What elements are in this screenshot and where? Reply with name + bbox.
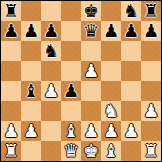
white-pawn[interactable]: ♟ — [83, 121, 99, 141]
square-c6[interactable]: ♞ — [41, 41, 61, 61]
square-f7[interactable]: ♟ — [101, 21, 121, 41]
black-bishop[interactable]: ♝ — [23, 81, 39, 101]
black-pawn[interactable]: ♟ — [3, 21, 19, 41]
black-pawn[interactable]: ♟ — [23, 21, 39, 41]
square-c8[interactable] — [41, 1, 61, 21]
square-h1[interactable]: ♜ — [141, 141, 161, 161]
square-a1[interactable]: ♜ — [1, 141, 21, 161]
chess-board: ♜♚♞♜♟♟♟♛♟♟♟♞♟♝♟♟♞♟♟♟♝♟♟♟♜♛♚♝♜ — [1, 1, 161, 161]
square-h3[interactable]: ♟ — [141, 101, 161, 121]
square-a3[interactable] — [1, 101, 21, 121]
square-h6[interactable] — [141, 41, 161, 61]
white-pawn[interactable]: ♟ — [43, 81, 59, 101]
square-c3[interactable] — [41, 101, 61, 121]
square-a8[interactable]: ♜ — [1, 1, 21, 21]
square-b7[interactable]: ♟ — [21, 21, 41, 41]
black-king[interactable]: ♚ — [83, 1, 99, 21]
square-d2[interactable]: ♝ — [61, 121, 81, 141]
square-d3[interactable] — [61, 101, 81, 121]
square-c1[interactable] — [41, 141, 61, 161]
square-h2[interactable] — [141, 121, 161, 141]
square-g8[interactable]: ♞ — [121, 1, 141, 21]
square-f5[interactable] — [101, 61, 121, 81]
square-h8[interactable]: ♜ — [141, 1, 161, 21]
square-e5[interactable]: ♟ — [81, 61, 101, 81]
square-a4[interactable] — [1, 81, 21, 101]
square-g5[interactable] — [121, 61, 141, 81]
square-b1[interactable] — [21, 141, 41, 161]
square-c4[interactable]: ♟ — [41, 81, 61, 101]
black-knight[interactable]: ♞ — [43, 41, 59, 61]
black-pawn[interactable]: ♟ — [143, 21, 159, 41]
white-king[interactable]: ♚ — [83, 141, 99, 161]
white-pawn[interactable]: ♟ — [83, 61, 99, 81]
square-c5[interactable] — [41, 61, 61, 81]
square-b2[interactable]: ♟ — [21, 121, 41, 141]
square-d6[interactable] — [61, 41, 81, 61]
white-bishop[interactable]: ♝ — [63, 121, 79, 141]
square-a6[interactable] — [1, 41, 21, 61]
square-g4[interactable] — [121, 81, 141, 101]
square-c7[interactable]: ♟ — [41, 21, 61, 41]
square-b4[interactable]: ♝ — [21, 81, 41, 101]
square-f4[interactable] — [101, 81, 121, 101]
white-pawn[interactable]: ♟ — [3, 121, 19, 141]
square-e1[interactable]: ♚ — [81, 141, 101, 161]
square-b5[interactable] — [21, 61, 41, 81]
black-rook[interactable]: ♜ — [143, 1, 159, 21]
square-a2[interactable]: ♟ — [1, 121, 21, 141]
square-a7[interactable]: ♟ — [1, 21, 21, 41]
square-d1[interactable]: ♛ — [61, 141, 81, 161]
square-b3[interactable] — [21, 101, 41, 121]
white-rook[interactable]: ♜ — [143, 141, 159, 161]
white-pawn[interactable]: ♟ — [23, 121, 39, 141]
white-pawn[interactable]: ♟ — [123, 121, 139, 141]
white-rook[interactable]: ♜ — [3, 141, 19, 161]
square-a5[interactable] — [1, 61, 21, 81]
black-knight[interactable]: ♞ — [123, 1, 139, 21]
square-d8[interactable] — [61, 1, 81, 21]
square-f8[interactable] — [101, 1, 121, 21]
square-e7[interactable]: ♛ — [81, 21, 101, 41]
square-e4[interactable] — [81, 81, 101, 101]
square-d7[interactable] — [61, 21, 81, 41]
white-knight[interactable]: ♞ — [103, 101, 119, 121]
square-f3[interactable]: ♞ — [101, 101, 121, 121]
square-g6[interactable] — [121, 41, 141, 61]
black-pawn[interactable]: ♟ — [103, 21, 119, 41]
square-h5[interactable] — [141, 61, 161, 81]
square-e3[interactable] — [81, 101, 101, 121]
chess-board-frame: ♜♚♞♜♟♟♟♛♟♟♟♞♟♝♟♟♞♟♟♟♝♟♟♟♜♛♚♝♜ — [0, 0, 162, 162]
square-f6[interactable] — [101, 41, 121, 61]
square-h7[interactable]: ♟ — [141, 21, 161, 41]
black-pawn[interactable]: ♟ — [63, 81, 79, 101]
black-rook[interactable]: ♜ — [3, 1, 19, 21]
square-g2[interactable]: ♟ — [121, 121, 141, 141]
white-queen[interactable]: ♛ — [63, 141, 79, 161]
square-e8[interactable]: ♚ — [81, 1, 101, 21]
white-pawn[interactable]: ♟ — [143, 101, 159, 121]
black-queen[interactable]: ♛ — [83, 21, 99, 41]
square-e2[interactable]: ♟ — [81, 121, 101, 141]
square-h4[interactable] — [141, 81, 161, 101]
square-e6[interactable] — [81, 41, 101, 61]
square-g3[interactable] — [121, 101, 141, 121]
square-f2[interactable]: ♟ — [101, 121, 121, 141]
white-pawn[interactable]: ♟ — [103, 121, 119, 141]
square-d4[interactable]: ♟ — [61, 81, 81, 101]
square-d5[interactable] — [61, 61, 81, 81]
square-f1[interactable]: ♝ — [101, 141, 121, 161]
square-g1[interactable] — [121, 141, 141, 161]
square-b8[interactable] — [21, 1, 41, 21]
black-pawn[interactable]: ♟ — [43, 21, 59, 41]
square-g7[interactable]: ♟ — [121, 21, 141, 41]
white-bishop[interactable]: ♝ — [103, 141, 119, 161]
black-pawn[interactable]: ♟ — [123, 21, 139, 41]
square-b6[interactable] — [21, 41, 41, 61]
square-c2[interactable] — [41, 121, 61, 141]
